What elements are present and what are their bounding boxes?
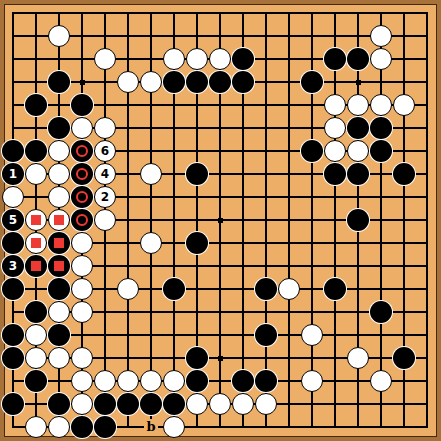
white-stone [140, 232, 162, 254]
white-stone [140, 370, 162, 392]
black-stone [48, 393, 70, 415]
black-stone [163, 71, 185, 93]
star-point [218, 356, 223, 361]
black-stone [71, 416, 93, 438]
white-stone [186, 393, 208, 415]
white-stone: 4 [94, 163, 116, 185]
black-stone: 1 [2, 163, 24, 185]
white-stone [163, 370, 185, 392]
white-stone [25, 232, 47, 254]
white-stone [347, 140, 369, 162]
black-stone [71, 209, 93, 231]
black-stone [301, 71, 323, 93]
white-stone [324, 117, 346, 139]
black-stone [48, 71, 70, 93]
white-stone [209, 393, 231, 415]
black-stone [25, 370, 47, 392]
white-stone [71, 393, 93, 415]
grid-line-vertical [334, 12, 335, 427]
white-stone [117, 278, 139, 300]
black-stone [25, 301, 47, 323]
black-stone [347, 209, 369, 231]
black-stone [186, 370, 208, 392]
white-stone [48, 163, 70, 185]
white-stone [94, 209, 116, 231]
white-stone [25, 324, 47, 346]
square-marker [54, 238, 64, 248]
black-stone [48, 324, 70, 346]
white-stone [324, 94, 346, 116]
white-stone [25, 163, 47, 185]
black-stone [347, 117, 369, 139]
square-marker [31, 261, 41, 271]
white-stone [117, 71, 139, 93]
white-stone [117, 370, 139, 392]
white-stone [71, 255, 93, 277]
white-stone [370, 370, 392, 392]
white-stone [232, 393, 254, 415]
white-stone [71, 232, 93, 254]
black-stone [71, 94, 93, 116]
black-stone [301, 140, 323, 162]
white-stone [25, 347, 47, 369]
black-stone [2, 324, 24, 346]
move-number: 6 [101, 140, 109, 162]
white-stone [71, 370, 93, 392]
circle-marker [76, 191, 88, 203]
black-stone [347, 48, 369, 70]
black-stone [2, 393, 24, 415]
black-stone [163, 393, 185, 415]
go-board: 614253b [0, 0, 441, 441]
white-stone [140, 163, 162, 185]
star-point [356, 80, 361, 85]
black-stone [186, 163, 208, 185]
black-stone: 3 [2, 255, 24, 277]
black-stone [71, 163, 93, 185]
black-stone [48, 255, 70, 277]
white-stone [25, 209, 47, 231]
black-stone [393, 163, 415, 185]
grid-line-vertical [288, 12, 289, 427]
black-stone [48, 232, 70, 254]
black-stone [25, 255, 47, 277]
black-stone [255, 324, 277, 346]
diagram-stage: 614253b [0, 0, 441, 441]
white-stone [140, 71, 162, 93]
white-stone [48, 416, 70, 438]
white-stone [48, 209, 70, 231]
move-number: 1 [9, 163, 17, 185]
black-stone [255, 370, 277, 392]
grid-line-vertical [380, 12, 381, 427]
black-stone [324, 278, 346, 300]
black-stone [71, 140, 93, 162]
white-stone [48, 347, 70, 369]
black-stone [393, 347, 415, 369]
white-stone [71, 117, 93, 139]
white-stone [163, 416, 185, 438]
white-stone [370, 48, 392, 70]
move-number: 4 [101, 163, 109, 185]
grid-line-vertical [265, 12, 266, 427]
grid-line-vertical [426, 12, 427, 427]
black-stone [232, 48, 254, 70]
black-stone [2, 232, 24, 254]
circle-marker [76, 145, 88, 157]
black-stone [232, 71, 254, 93]
white-stone [71, 278, 93, 300]
black-stone [186, 347, 208, 369]
black-stone [370, 140, 392, 162]
black-stone [370, 301, 392, 323]
circle-marker [76, 214, 88, 226]
white-stone [255, 393, 277, 415]
white-stone [347, 347, 369, 369]
white-stone [2, 186, 24, 208]
square-marker [31, 215, 41, 225]
white-stone [48, 25, 70, 47]
white-stone [301, 324, 323, 346]
white-stone [71, 347, 93, 369]
white-stone [94, 117, 116, 139]
black-stone: 5 [2, 209, 24, 231]
square-marker [54, 215, 64, 225]
white-stone [393, 94, 415, 116]
star-point [80, 80, 85, 85]
black-stone [25, 140, 47, 162]
move-number: 2 [101, 186, 109, 208]
white-stone [186, 48, 208, 70]
point-label-b: b [144, 419, 158, 435]
white-stone: 2 [94, 186, 116, 208]
black-stone [48, 278, 70, 300]
square-marker [54, 261, 64, 271]
black-stone [232, 370, 254, 392]
black-stone [186, 232, 208, 254]
black-stone [370, 117, 392, 139]
white-stone [71, 301, 93, 323]
black-stone [94, 416, 116, 438]
black-stone [25, 94, 47, 116]
star-point [218, 218, 223, 223]
black-stone [71, 186, 93, 208]
white-stone: 6 [94, 140, 116, 162]
white-stone [48, 140, 70, 162]
white-stone [278, 278, 300, 300]
black-stone [48, 117, 70, 139]
black-stone [2, 278, 24, 300]
grid-line-horizontal [12, 334, 427, 335]
black-stone [163, 278, 185, 300]
black-stone [209, 71, 231, 93]
white-stone [324, 140, 346, 162]
white-stone [347, 94, 369, 116]
black-stone [117, 393, 139, 415]
black-stone [255, 278, 277, 300]
square-marker [31, 238, 41, 248]
black-stone [347, 163, 369, 185]
white-stone [370, 94, 392, 116]
black-stone [140, 393, 162, 415]
black-stone [2, 347, 24, 369]
black-stone [94, 393, 116, 415]
white-stone [48, 301, 70, 323]
white-stone [209, 48, 231, 70]
white-stone [94, 48, 116, 70]
circle-marker [76, 168, 88, 180]
black-stone [2, 140, 24, 162]
white-stone [94, 370, 116, 392]
move-number: 3 [9, 255, 17, 277]
white-stone [301, 370, 323, 392]
move-number: 5 [9, 209, 17, 231]
black-stone [324, 163, 346, 185]
white-stone [48, 186, 70, 208]
black-stone [186, 71, 208, 93]
white-stone [163, 48, 185, 70]
white-stone [370, 25, 392, 47]
white-stone [25, 416, 47, 438]
black-stone [324, 48, 346, 70]
